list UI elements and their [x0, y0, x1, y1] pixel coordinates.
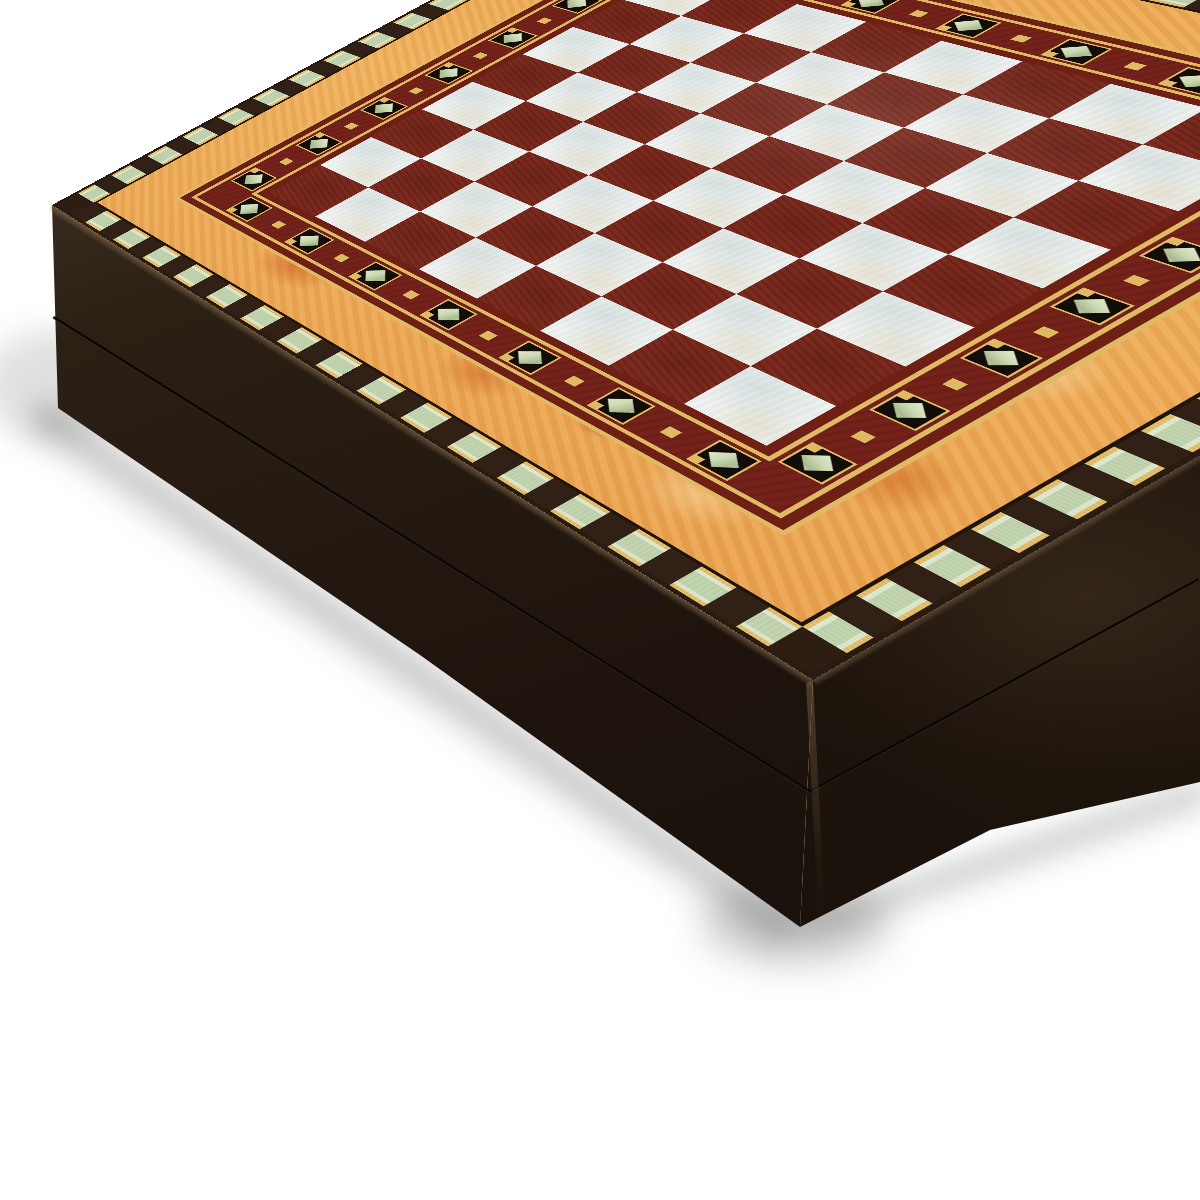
motif-corner-accent — [1074, 287, 1096, 297]
motif-corner-accent — [1158, 79, 1178, 86]
band-connector-square — [1123, 275, 1150, 287]
motif-corner-accent — [587, 400, 605, 410]
band-connector-square — [564, 375, 584, 386]
motif-corner-accent — [841, 1, 857, 7]
motif-corner-accent — [349, 272, 363, 280]
motif-corner-accent — [935, 25, 952, 31]
band-connector-square — [402, 290, 419, 299]
motif-corner-accent — [420, 311, 435, 319]
motif-corner-accent — [378, 97, 390, 103]
band-connector-square — [1010, 34, 1032, 42]
band-connector-square — [271, 220, 286, 228]
motif-corner-accent — [499, 353, 515, 362]
motif-corner-accent — [894, 390, 915, 400]
band-connector-square — [537, 17, 553, 24]
band-connector-square — [909, 10, 929, 17]
band-connector-square — [473, 52, 488, 59]
motif-corner-accent — [284, 238, 297, 245]
band-connector-square — [409, 87, 424, 94]
motif-corner-accent — [442, 62, 455, 68]
motif-corner-accent — [985, 338, 1006, 348]
motif-corner-accent — [506, 27, 519, 32]
motif-corner-accent — [686, 454, 705, 465]
motif-corner-accent — [314, 132, 326, 138]
band-connector-square — [1033, 326, 1059, 338]
band-connector-square — [344, 122, 359, 129]
band-connector-square — [1123, 62, 1146, 71]
scene — [0, 0, 1200, 1200]
motif-inlay-diamond — [1058, 291, 1126, 321]
band-connector-square — [851, 430, 876, 443]
band-connector-square — [333, 253, 349, 262]
band-connector-square — [279, 158, 293, 165]
motif-corner-accent — [1040, 51, 1058, 58]
motif-corner-accent — [249, 167, 261, 173]
motif-corner-accent — [226, 207, 238, 214]
motif-inlay-diamond — [877, 394, 942, 427]
motif-corner-accent — [1163, 237, 1185, 246]
motif-corner-accent — [803, 442, 823, 453]
band-connector-square — [479, 330, 498, 340]
band-connector-square — [942, 378, 968, 391]
motif-inlay-diamond — [968, 342, 1034, 373]
band-connector-square — [660, 426, 682, 438]
